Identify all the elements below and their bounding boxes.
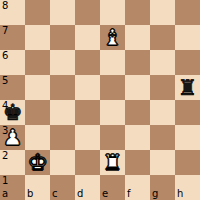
square-g3[interactable] — [150, 125, 175, 150]
chess-board: ♝♜♚♟♚♜87654321abcdefgh — [0, 0, 200, 200]
square-c4[interactable] — [50, 100, 75, 125]
square-a5[interactable] — [0, 75, 25, 100]
square-a6[interactable] — [0, 50, 25, 75]
white-rook[interactable]: ♜ — [103, 150, 123, 175]
square-b4[interactable] — [25, 100, 50, 125]
square-c6[interactable] — [50, 50, 75, 75]
square-h3[interactable] — [175, 125, 200, 150]
square-e3[interactable] — [100, 125, 125, 150]
square-a3[interactable]: ♟ — [0, 125, 25, 150]
square-h4[interactable] — [175, 100, 200, 125]
square-g6[interactable] — [150, 50, 175, 75]
square-d8[interactable] — [75, 0, 100, 25]
square-b2[interactable]: ♚ — [25, 150, 50, 175]
square-h6[interactable] — [175, 50, 200, 75]
square-e1[interactable] — [100, 175, 125, 200]
square-g2[interactable] — [150, 150, 175, 175]
square-f4[interactable] — [125, 100, 150, 125]
square-h8[interactable] — [175, 0, 200, 25]
square-a8[interactable] — [0, 0, 25, 25]
square-e6[interactable] — [100, 50, 125, 75]
square-g5[interactable] — [150, 75, 175, 100]
square-g7[interactable] — [150, 25, 175, 50]
square-b8[interactable] — [25, 0, 50, 25]
square-d3[interactable] — [75, 125, 100, 150]
square-c7[interactable] — [50, 25, 75, 50]
white-pawn[interactable]: ♟ — [3, 125, 23, 150]
square-e5[interactable] — [100, 75, 125, 100]
black-king[interactable]: ♚ — [3, 100, 23, 125]
square-h5[interactable]: ♜ — [175, 75, 200, 100]
square-h7[interactable] — [175, 25, 200, 50]
square-f2[interactable] — [125, 150, 150, 175]
square-b5[interactable] — [25, 75, 50, 100]
square-b6[interactable] — [25, 50, 50, 75]
square-g1[interactable] — [150, 175, 175, 200]
square-f7[interactable] — [125, 25, 150, 50]
square-d2[interactable] — [75, 150, 100, 175]
square-f6[interactable] — [125, 50, 150, 75]
square-c1[interactable] — [50, 175, 75, 200]
square-a4[interactable]: ♚ — [0, 100, 25, 125]
square-c5[interactable] — [50, 75, 75, 100]
square-c2[interactable] — [50, 150, 75, 175]
square-d5[interactable] — [75, 75, 100, 100]
square-a2[interactable] — [0, 150, 25, 175]
square-e8[interactable] — [100, 0, 125, 25]
square-a7[interactable] — [0, 25, 25, 50]
square-f1[interactable] — [125, 175, 150, 200]
square-f3[interactable] — [125, 125, 150, 150]
square-g4[interactable] — [150, 100, 175, 125]
square-f5[interactable] — [125, 75, 150, 100]
square-a1[interactable] — [0, 175, 25, 200]
square-g8[interactable] — [150, 0, 175, 25]
black-rook[interactable]: ♜ — [178, 75, 198, 100]
square-b1[interactable] — [25, 175, 50, 200]
square-d1[interactable] — [75, 175, 100, 200]
square-h1[interactable] — [175, 175, 200, 200]
square-e2[interactable]: ♜ — [100, 150, 125, 175]
square-b7[interactable] — [25, 25, 50, 50]
square-c8[interactable] — [50, 0, 75, 25]
white-king[interactable]: ♚ — [28, 150, 48, 175]
square-d6[interactable] — [75, 50, 100, 75]
square-e7[interactable]: ♝ — [100, 25, 125, 50]
square-f8[interactable] — [125, 0, 150, 25]
square-d7[interactable] — [75, 25, 100, 50]
white-bishop[interactable]: ♝ — [103, 25, 123, 50]
square-e4[interactable] — [100, 100, 125, 125]
square-d4[interactable] — [75, 100, 100, 125]
square-c3[interactable] — [50, 125, 75, 150]
square-b3[interactable] — [25, 125, 50, 150]
square-h2[interactable] — [175, 150, 200, 175]
